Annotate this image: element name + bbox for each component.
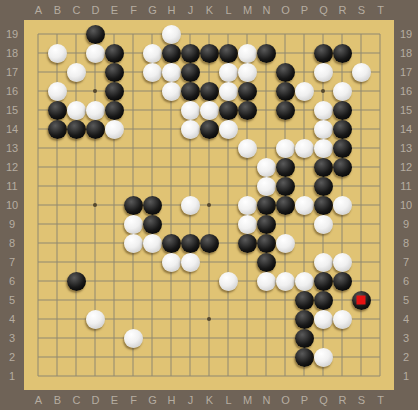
column-label-bottom-H: H [162,393,181,407]
stone-black-N18 [257,44,276,63]
stone-white-R7 [333,253,352,272]
stone-black-Q12 [314,158,333,177]
stone-white-F9 [124,215,143,234]
stone-black-Q10 [314,196,333,215]
row-label-right-9: 9 [394,217,418,231]
row-label-right-16: 16 [394,84,418,98]
column-label-bottom-P: P [295,393,314,407]
column-label-top-S: S [352,3,371,17]
stone-white-Q4 [314,310,333,329]
column-label-bottom-D: D [86,393,105,407]
column-label-top-R: R [333,3,352,17]
stone-black-O11 [276,177,295,196]
goban[interactable] [24,20,394,390]
row-label-left-2: 2 [0,350,24,364]
stone-white-L17 [219,63,238,82]
stone-white-D15 [86,101,105,120]
stone-white-M18 [238,44,257,63]
row-label-left-6: 6 [0,274,24,288]
stone-white-K15 [200,101,219,120]
stone-white-G17 [143,63,162,82]
stone-white-P16 [295,82,314,101]
column-label-top-G: G [143,3,162,17]
stone-white-P6 [295,272,314,291]
stone-white-H16 [162,82,181,101]
stone-black-N7 [257,253,276,272]
stone-black-E16 [105,82,124,101]
stone-white-F8 [124,234,143,253]
row-label-left-5: 5 [0,293,24,307]
column-label-bottom-O: O [276,393,295,407]
stone-black-N8 [257,234,276,253]
row-label-right-12: 12 [394,160,418,174]
stone-black-P2 [295,348,314,367]
column-label-bottom-Q: Q [314,393,333,407]
column-label-top-K: K [200,3,219,17]
stone-black-J17 [181,63,200,82]
row-label-right-7: 7 [394,255,418,269]
column-label-bottom-S: S [352,393,371,407]
stone-white-C17 [67,63,86,82]
column-label-bottom-G: G [143,393,162,407]
row-label-left-17: 17 [0,65,24,79]
row-label-right-1: 1 [394,369,418,383]
last-move-marker [357,296,366,305]
row-label-left-4: 4 [0,312,24,326]
row-label-right-4: 4 [394,312,418,326]
stone-white-O13 [276,139,295,158]
stone-black-O10 [276,196,295,215]
stone-black-K8 [200,234,219,253]
stone-black-E15 [105,101,124,120]
row-label-left-14: 14 [0,122,24,136]
stone-white-D18 [86,44,105,63]
stone-black-Q6 [314,272,333,291]
stone-white-Q17 [314,63,333,82]
row-label-right-15: 15 [394,103,418,117]
row-label-right-11: 11 [394,179,418,193]
stone-white-R4 [333,310,352,329]
stone-white-G8 [143,234,162,253]
stone-black-P4 [295,310,314,329]
row-label-left-3: 3 [0,331,24,345]
row-label-right-14: 14 [394,122,418,136]
stone-black-L18 [219,44,238,63]
stone-white-H19 [162,25,181,44]
column-label-top-D: D [86,3,105,17]
stone-white-Q7 [314,253,333,272]
column-label-top-A: A [29,3,48,17]
stone-black-P3 [295,329,314,348]
stone-black-H8 [162,234,181,253]
stone-white-J14 [181,120,200,139]
stone-black-S5 [352,291,371,310]
stone-black-G9 [143,215,162,234]
stone-white-N6 [257,272,276,291]
stone-white-N12 [257,158,276,177]
stone-black-R6 [333,272,352,291]
stone-black-K16 [200,82,219,101]
column-label-top-O: O [276,3,295,17]
column-label-top-T: T [371,3,390,17]
stone-black-O17 [276,63,295,82]
stone-white-O8 [276,234,295,253]
stone-white-L14 [219,120,238,139]
row-label-left-8: 8 [0,236,24,250]
stone-black-E18 [105,44,124,63]
stone-black-N10 [257,196,276,215]
row-label-left-7: 7 [0,255,24,269]
stone-black-D14 [86,120,105,139]
stone-black-K14 [200,120,219,139]
stone-black-G10 [143,196,162,215]
stone-white-M10 [238,196,257,215]
stone-white-B18 [48,44,67,63]
row-label-right-2: 2 [394,350,418,364]
column-label-top-J: J [181,3,200,17]
stone-black-R13 [333,139,352,158]
stone-black-F10 [124,196,143,215]
column-label-bottom-B: B [48,393,67,407]
stone-black-O12 [276,158,295,177]
stone-black-R15 [333,101,352,120]
stone-white-J15 [181,101,200,120]
stone-black-J8 [181,234,200,253]
stone-white-F3 [124,329,143,348]
column-label-top-L: L [219,3,238,17]
column-label-bottom-R: R [333,393,352,407]
stone-black-P5 [295,291,314,310]
column-label-bottom-J: J [181,393,200,407]
stone-black-C6 [67,272,86,291]
row-label-left-9: 9 [0,217,24,231]
stone-black-M8 [238,234,257,253]
stone-white-R16 [333,82,352,101]
stone-white-M17 [238,63,257,82]
row-label-right-18: 18 [394,46,418,60]
column-label-bottom-C: C [67,393,86,407]
stone-white-M13 [238,139,257,158]
stone-white-H7 [162,253,181,272]
column-label-bottom-A: A [29,393,48,407]
stone-white-O6 [276,272,295,291]
go-app-window: AABBCCDDEEFFGGHHJJKKLLMMNNOOPPQQRRSSTT19… [0,0,418,410]
row-label-left-16: 16 [0,84,24,98]
stone-white-M9 [238,215,257,234]
stone-white-R10 [333,196,352,215]
row-label-right-6: 6 [394,274,418,288]
column-label-top-M: M [238,3,257,17]
column-label-top-H: H [162,3,181,17]
stone-black-M15 [238,101,257,120]
column-label-top-P: P [295,3,314,17]
row-label-right-13: 13 [394,141,418,155]
stone-black-J16 [181,82,200,101]
stone-black-O15 [276,101,295,120]
row-label-left-12: 12 [0,160,24,174]
stone-black-D19 [86,25,105,44]
stone-white-S17 [352,63,371,82]
row-label-right-5: 5 [394,293,418,307]
row-label-left-18: 18 [0,46,24,60]
column-label-bottom-E: E [105,393,124,407]
column-label-top-N: N [257,3,276,17]
stone-black-N9 [257,215,276,234]
stone-white-Q15 [314,101,333,120]
stone-white-Q2 [314,348,333,367]
column-label-bottom-N: N [257,393,276,407]
stone-black-Q5 [314,291,333,310]
stone-white-P10 [295,196,314,215]
column-label-bottom-F: F [124,393,143,407]
stone-white-D4 [86,310,105,329]
stone-black-R18 [333,44,352,63]
column-label-top-C: C [67,3,86,17]
stone-black-R12 [333,158,352,177]
stone-black-Q11 [314,177,333,196]
stone-black-O16 [276,82,295,101]
stone-white-L6 [219,272,238,291]
stone-black-L15 [219,101,238,120]
stone-black-H18 [162,44,181,63]
column-label-bottom-L: L [219,393,238,407]
stone-black-B15 [48,101,67,120]
stone-black-K18 [200,44,219,63]
stone-white-B16 [48,82,67,101]
stone-white-C15 [67,101,86,120]
stone-white-Q14 [314,120,333,139]
row-label-right-10: 10 [394,198,418,212]
row-label-left-13: 13 [0,141,24,155]
row-label-right-3: 3 [394,331,418,345]
stone-black-R14 [333,120,352,139]
stone-white-E14 [105,120,124,139]
row-label-left-19: 19 [0,27,24,41]
stone-black-Q18 [314,44,333,63]
column-label-top-F: F [124,3,143,17]
row-label-left-1: 1 [0,369,24,383]
stone-white-Q13 [314,139,333,158]
column-label-top-B: B [48,3,67,17]
row-label-right-17: 17 [394,65,418,79]
row-label-right-8: 8 [394,236,418,250]
column-label-top-E: E [105,3,124,17]
column-label-top-Q: Q [314,3,333,17]
column-label-bottom-K: K [200,393,219,407]
stone-white-G18 [143,44,162,63]
stone-black-J18 [181,44,200,63]
row-label-left-10: 10 [0,198,24,212]
row-label-left-15: 15 [0,103,24,117]
column-label-bottom-M: M [238,393,257,407]
stone-black-E17 [105,63,124,82]
stone-white-J10 [181,196,200,215]
stone-white-Q9 [314,215,333,234]
stone-black-B14 [48,120,67,139]
stone-white-H17 [162,63,181,82]
row-label-right-19: 19 [394,27,418,41]
column-label-bottom-T: T [371,393,390,407]
stone-black-C14 [67,120,86,139]
row-label-left-11: 11 [0,179,24,193]
stone-white-P13 [295,139,314,158]
stone-white-N11 [257,177,276,196]
stone-white-J7 [181,253,200,272]
stone-white-L16 [219,82,238,101]
stone-black-M16 [238,82,257,101]
